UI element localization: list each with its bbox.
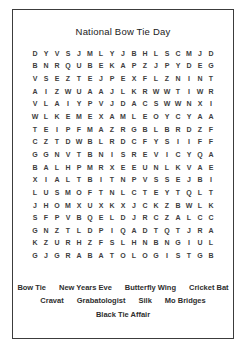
grid-cell-r5c17: I xyxy=(206,98,217,111)
grid-cell-r9c12: V xyxy=(151,148,162,161)
grid-cell-r3c8: P xyxy=(107,72,118,85)
grid-cell-r1c7: L xyxy=(96,47,107,60)
grid-cell-r12c15: Q xyxy=(184,186,195,199)
grid-cell-r11c11: V xyxy=(140,173,151,186)
grid-cell-r5c3: A xyxy=(52,98,63,111)
grid-cell-r16c9: L xyxy=(118,237,129,250)
grid-cell-r17c17: B xyxy=(206,249,217,262)
grid-cell-r1c3: V xyxy=(52,47,63,60)
grid-cell-r15c8: I xyxy=(107,224,118,237)
grid-cell-r9c3: N xyxy=(52,148,63,161)
grid-cell-r10c6: M xyxy=(85,161,96,174)
grid-cell-r15c4: T xyxy=(63,224,74,237)
grid-cell-r11c4: L xyxy=(63,173,74,186)
grid-cell-r3c6: E xyxy=(85,72,96,85)
grid-cell-r7c16: Z xyxy=(195,123,206,136)
grid-cell-r3c12: L xyxy=(151,72,162,85)
grid-cell-r15c15: J xyxy=(184,224,195,237)
grid-cell-r17c11: O xyxy=(140,249,151,262)
word-list: Bow TieNew Years EveButterfly WingCricke… xyxy=(13,281,233,322)
grid-cell-r8c17: F xyxy=(206,135,217,148)
grid-cell-r7c5: F xyxy=(74,123,85,136)
grid-cell-r5c14: W xyxy=(173,98,184,111)
grid-cell-r10c3: L xyxy=(52,161,63,174)
grid-cell-r1c11: H xyxy=(140,47,151,60)
grid-cell-r11c7: I xyxy=(96,173,107,186)
grid-cell-r12c1: L xyxy=(30,186,41,199)
grid-cell-r6c13: Y xyxy=(162,110,173,123)
grid-cell-r15c9: Q xyxy=(118,224,129,237)
word-list-item: Silk xyxy=(138,294,151,308)
grid-cell-r10c5: P xyxy=(74,161,85,174)
grid-cell-r1c15: M xyxy=(184,47,195,60)
grid-cell-r17c5: A xyxy=(74,249,85,262)
grid-cell-r11c14: E xyxy=(173,173,184,186)
grid-cell-r13c8: K xyxy=(107,199,118,212)
grid-cell-r3c2: S xyxy=(41,72,52,85)
grid-cell-r9c13: I xyxy=(162,148,173,161)
grid-cell-r9c7: N xyxy=(96,148,107,161)
grid-cell-r16c16: U xyxy=(195,237,206,250)
grid-cell-r6c15: Y xyxy=(184,110,195,123)
grid-cell-r4c17: R xyxy=(206,85,217,98)
grid-cell-r7c14: R xyxy=(173,123,184,136)
grid-cell-r7c6: M xyxy=(85,123,96,136)
grid-cell-r9c14: C xyxy=(173,148,184,161)
grid-cell-r4c10: K xyxy=(129,85,140,98)
grid-cell-r11c2: I xyxy=(41,173,52,186)
grid-cell-r16c1: K xyxy=(30,237,41,250)
grid-cell-r10c16: A xyxy=(195,161,206,174)
grid-cell-r3c16: N xyxy=(195,72,206,85)
grid-cell-r14c9: D xyxy=(118,211,129,224)
grid-cell-r8c8: R xyxy=(107,135,118,148)
grid-cell-r12c9: L xyxy=(118,186,129,199)
grid-cell-r8c2: Z xyxy=(41,135,52,148)
grid-cell-r1c12: L xyxy=(151,47,162,60)
grid-cell-r17c10: L xyxy=(129,249,140,262)
grid-cell-r3c13: Z xyxy=(162,72,173,85)
grid-cell-r15c7: P xyxy=(96,224,107,237)
grid-cell-r10c9: E xyxy=(118,161,129,174)
grid-cell-r2c15: D xyxy=(184,60,195,73)
grid-cell-r4c11: R xyxy=(140,85,151,98)
grid-cell-r11c10: P xyxy=(129,173,140,186)
grid-cell-r16c3: U xyxy=(52,237,63,250)
grid-cell-r17c2: J xyxy=(41,249,52,262)
grid-cell-r5c12: S xyxy=(151,98,162,111)
grid-cell-r12c14: T xyxy=(173,186,184,199)
grid-cell-r2c11: Z xyxy=(140,60,151,73)
grid-cell-r5c8: J xyxy=(107,98,118,111)
grid-cell-r10c13: L xyxy=(162,161,173,174)
grid-cell-r6c2: L xyxy=(41,110,52,123)
grid-cell-r14c6: Q xyxy=(85,211,96,224)
grid-cell-r17c16: G xyxy=(195,249,206,262)
grid-cell-r15c1: G xyxy=(30,224,41,237)
grid-cell-r4c16: W xyxy=(195,85,206,98)
grid-cell-r6c11: E xyxy=(140,110,151,123)
word-list-item: Black Tie Affair xyxy=(96,308,150,322)
grid-cell-r16c12: B xyxy=(151,237,162,250)
grid-cell-r4c7: A xyxy=(96,85,107,98)
grid-cell-r5c1: V xyxy=(30,98,41,111)
grid-cell-r2c10: P xyxy=(129,60,140,73)
grid-cell-r14c3: P xyxy=(52,211,63,224)
grid-cell-r15c2: N xyxy=(41,224,52,237)
grid-cell-r9c4: V xyxy=(63,148,74,161)
grid-cell-r7c8: Z xyxy=(107,123,118,136)
page-border-frame: National Bow Tie Day DYVSJMLYJBHLSCMJDBN… xyxy=(12,9,234,339)
grid-cell-r13c12: K xyxy=(151,199,162,212)
grid-cell-r9c16: Q xyxy=(195,148,206,161)
grid-cell-r8c12: Y xyxy=(151,135,162,148)
grid-cell-r7c13: B xyxy=(162,123,173,136)
grid-cell-r4c15: I xyxy=(184,85,195,98)
grid-cell-r2c4: Q xyxy=(63,60,74,73)
grid-cell-r10c14: K xyxy=(173,161,184,174)
grid-cell-r8c14: I xyxy=(173,135,184,148)
grid-cell-r6c6: E xyxy=(85,110,96,123)
grid-cell-r7c7: A xyxy=(96,123,107,136)
word-list-row: Black Tie Affair xyxy=(13,308,233,322)
grid-cell-r15c12: T xyxy=(151,224,162,237)
grid-cell-r1c8: Y xyxy=(107,47,118,60)
grid-cell-r1c10: B xyxy=(129,47,140,60)
grid-cell-r13c15: W xyxy=(184,199,195,212)
grid-cell-r17c9: O xyxy=(118,249,129,262)
grid-cell-r7c3: I xyxy=(52,123,63,136)
grid-cell-r12c11: T xyxy=(140,186,151,199)
word-list-item: Bow Tie xyxy=(17,281,46,295)
grid-cell-r3c10: X xyxy=(129,72,140,85)
grid-cell-r16c5: H xyxy=(74,237,85,250)
grid-cell-r1c5: J xyxy=(74,47,85,60)
grid-cell-r13c13: Z xyxy=(162,199,173,212)
grid-cell-r7c2: E xyxy=(41,123,52,136)
grid-cell-r17c13: I xyxy=(162,249,173,262)
grid-cell-r17c12: G xyxy=(151,249,162,262)
grid-cell-r10c12: N xyxy=(151,161,162,174)
grid-cell-r5c2: L xyxy=(41,98,52,111)
grid-cell-r4c5: U xyxy=(74,85,85,98)
grid-cell-r6c12: O xyxy=(151,110,162,123)
grid-cell-r9c5: T xyxy=(74,148,85,161)
grid-cell-r3c3: E xyxy=(52,72,63,85)
grid-cell-r14c2: F xyxy=(41,211,52,224)
grid-cell-r10c2: A xyxy=(41,161,52,174)
grid-cell-r17c4: R xyxy=(63,249,74,262)
grid-cell-r9c10: R xyxy=(129,148,140,161)
grid-cell-r4c13: W xyxy=(162,85,173,98)
grid-cell-r2c9: A xyxy=(118,60,129,73)
grid-cell-r9c15: Y xyxy=(184,148,195,161)
grid-cell-r16c11: N xyxy=(140,237,151,250)
grid-cell-r6c1: W xyxy=(30,110,41,123)
grid-cell-r14c15: L xyxy=(184,211,195,224)
grid-cell-r2c2: N xyxy=(41,60,52,73)
grid-cell-r2c17: G xyxy=(206,60,217,73)
grid-cell-r1c2: Y xyxy=(41,47,52,60)
grid-cell-r14c12: C xyxy=(151,211,162,224)
grid-cell-r10c1: B xyxy=(30,161,41,174)
grid-cell-r2c3: R xyxy=(52,60,63,73)
grid-cell-r7c4: P xyxy=(63,123,74,136)
grid-cell-r14c4: V xyxy=(63,211,74,224)
word-list-item: Grabatologist xyxy=(77,294,126,308)
grid-cell-r16c13: N xyxy=(162,237,173,250)
grid-cell-r4c14: T xyxy=(173,85,184,98)
grid-cell-r15c16: R xyxy=(195,224,206,237)
grid-cell-r7c1: T xyxy=(30,123,41,136)
grid-cell-r12c16: L xyxy=(195,186,206,199)
grid-cell-r1c14: C xyxy=(173,47,184,60)
grid-cell-r8c11: F xyxy=(140,135,151,148)
grid-cell-r17c3: G xyxy=(52,249,63,262)
grid-cell-r10c11: U xyxy=(140,161,151,174)
grid-cell-r14c8: L xyxy=(107,211,118,224)
grid-cell-r11c15: J xyxy=(184,173,195,186)
grid-cell-r5c7: V xyxy=(96,98,107,111)
grid-cell-r13c14: B xyxy=(173,199,184,212)
grid-cell-r8c5: W xyxy=(74,135,85,148)
grid-cell-r16c10: H xyxy=(129,237,140,250)
grid-cell-r11c16: B xyxy=(195,173,206,186)
word-list-item: New Years Eve xyxy=(59,281,112,295)
grid-cell-r2c13: P xyxy=(162,60,173,73)
grid-cell-r2c5: U xyxy=(74,60,85,73)
grid-cell-r9c9: S xyxy=(118,148,129,161)
grid-cell-r9c8: I xyxy=(107,148,118,161)
grid-cell-r3c9: E xyxy=(118,72,129,85)
grid-cell-r12c3: S xyxy=(52,186,63,199)
grid-cell-r8c1: C xyxy=(30,135,41,148)
grid-cell-r17c7: A xyxy=(96,249,107,262)
grid-cell-r12c7: T xyxy=(96,186,107,199)
grid-cell-r6c8: A xyxy=(107,110,118,123)
grid-cell-r7c10: G xyxy=(129,123,140,136)
grid-cell-r15c10: A xyxy=(129,224,140,237)
grid-cell-r14c10: J xyxy=(129,211,140,224)
grid-cell-r5c4: I xyxy=(63,98,74,111)
grid-cell-r13c5: X xyxy=(74,199,85,212)
grid-cell-r8c6: B xyxy=(85,135,96,148)
grid-cell-r9c1: G xyxy=(30,148,41,161)
grid-cell-r13c1: J xyxy=(30,199,41,212)
grid-cell-r8c3: T xyxy=(52,135,63,148)
grid-cell-r15c11: D xyxy=(140,224,151,237)
grid-cell-r13c2: H xyxy=(41,199,52,212)
grid-cell-r1c13: S xyxy=(162,47,173,60)
word-list-row: Bow TieNew Years EveButterfly WingCricke… xyxy=(13,281,233,295)
grid-cell-r17c1: G xyxy=(30,249,41,262)
grid-cell-r8c15: I xyxy=(184,135,195,148)
grid-cell-r5c10: A xyxy=(129,98,140,111)
grid-cell-r11c12: S xyxy=(151,173,162,186)
grid-cell-r10c15: V xyxy=(184,161,195,174)
grid-cell-r5c5: Y xyxy=(74,98,85,111)
word-list-item: Cricket Bat xyxy=(189,281,229,295)
grid-cell-r14c5: B xyxy=(74,211,85,224)
grid-cell-r15c14: T xyxy=(173,224,184,237)
grid-cell-r14c1: S xyxy=(30,211,41,224)
grid-cell-r5c6: P xyxy=(85,98,96,111)
grid-cell-r1c1: D xyxy=(30,47,41,60)
grid-cell-r6c14: C xyxy=(173,110,184,123)
grid-cell-r2c6: B xyxy=(85,60,96,73)
grid-cell-r13c3: O xyxy=(52,199,63,212)
grid-cell-r14c13: Z xyxy=(162,211,173,224)
grid-cell-r14c11: R xyxy=(140,211,151,224)
grid-cell-r13c16: L xyxy=(195,199,206,212)
grid-cell-r7c9: R xyxy=(118,123,129,136)
grid-cell-r3c15: I xyxy=(184,72,195,85)
grid-cell-r5c9: D xyxy=(118,98,129,111)
grid-cell-r3c11: F xyxy=(140,72,151,85)
grid-cell-r3c5: T xyxy=(74,72,85,85)
grid-cell-r16c2: Z xyxy=(41,237,52,250)
grid-cell-r16c8: S xyxy=(107,237,118,250)
grid-cell-r8c4: D xyxy=(63,135,74,148)
grid-cell-r1c6: M xyxy=(85,47,96,60)
puzzle-title: National Bow Tie Day xyxy=(13,26,233,38)
grid-cell-r2c8: K xyxy=(107,60,118,73)
grid-cell-r14c17: C xyxy=(206,211,217,224)
grid-cell-r4c9: L xyxy=(118,85,129,98)
grid-cell-r13c10: J xyxy=(129,199,140,212)
grid-cell-r6c3: K xyxy=(52,110,63,123)
grid-cell-r12c10: C xyxy=(129,186,140,199)
grid-cell-r3c14: N xyxy=(173,72,184,85)
grid-cell-r12c8: N xyxy=(107,186,118,199)
grid-cell-r6c16: A xyxy=(195,110,206,123)
grid-cell-r16c6: Z xyxy=(85,237,96,250)
grid-cell-r6c5: M xyxy=(74,110,85,123)
word-list-item: Butterfly Wing xyxy=(125,281,176,295)
grid-cell-r3c7: J xyxy=(96,72,107,85)
grid-cell-r9c17: A xyxy=(206,148,217,161)
grid-cell-r11c3: A xyxy=(52,173,63,186)
word-list-row: CravatGrabatologistSilkMo Bridges xyxy=(13,294,233,308)
grid-cell-r7c11: B xyxy=(140,123,151,136)
grid-cell-r15c3: Z xyxy=(52,224,63,237)
grid-cell-r12c6: F xyxy=(85,186,96,199)
grid-cell-r13c7: X xyxy=(96,199,107,212)
grid-cell-r2c7: E xyxy=(96,60,107,73)
grid-cell-r16c7: F xyxy=(96,237,107,250)
grid-cell-r2c1: B xyxy=(30,60,41,73)
grid-cell-r8c16: F xyxy=(195,135,206,148)
grid-cell-r12c4: M xyxy=(63,186,74,199)
grid-cell-r6c9: M xyxy=(118,110,129,123)
grid-cell-r1c17: D xyxy=(206,47,217,60)
grid-cell-r12c13: Y xyxy=(162,186,173,199)
grid-cell-r4c3: Z xyxy=(52,85,63,98)
grid-cell-r17c6: B xyxy=(85,249,96,262)
worksheet-page: National Bow Tie Day DYVSJMLYJBHLSCMJDBN… xyxy=(0,0,247,350)
grid-cell-r8c7: L xyxy=(96,135,107,148)
grid-cell-r3c17: T xyxy=(206,72,217,85)
grid-cell-r16c4: R xyxy=(63,237,74,250)
grid-cell-r14c14: A xyxy=(173,211,184,224)
grid-cell-r11c1: X xyxy=(30,173,41,186)
grid-cell-r11c8: T xyxy=(107,173,118,186)
grid-cell-r10c7: R xyxy=(96,161,107,174)
grid-cell-r15c13: Q xyxy=(162,224,173,237)
grid-cell-r16c14: G xyxy=(173,237,184,250)
grid-cell-r4c1: A xyxy=(30,85,41,98)
grid-cell-r6c4: E xyxy=(63,110,74,123)
grid-cell-r11c13: S xyxy=(162,173,173,186)
grid-cell-r17c14: S xyxy=(173,249,184,262)
grid-cell-r7c17: F xyxy=(206,123,217,136)
grid-cell-r15c17: A xyxy=(206,224,217,237)
grid-cell-r10c17: E xyxy=(206,161,217,174)
grid-cell-r4c12: W xyxy=(151,85,162,98)
grid-cell-r2c16: E xyxy=(195,60,206,73)
grid-cell-r11c17: I xyxy=(206,173,217,186)
grid-cell-r4c2: I xyxy=(41,85,52,98)
grid-cell-r11c6: B xyxy=(85,173,96,186)
grid-cell-r3c1: V xyxy=(30,72,41,85)
grid-cell-r1c16: J xyxy=(195,47,206,60)
grid-cell-r4c4: W xyxy=(63,85,74,98)
grid-cell-r10c8: X xyxy=(107,161,118,174)
grid-cell-r5c11: C xyxy=(140,98,151,111)
grid-cell-r16c17: L xyxy=(206,237,217,250)
grid-cell-r9c11: E xyxy=(140,148,151,161)
grid-cell-r13c11: C xyxy=(140,199,151,212)
word-list-item: Cravat xyxy=(40,294,63,308)
grid-cell-r12c5: O xyxy=(74,186,85,199)
grid-cell-r10c10: E xyxy=(129,161,140,174)
grid-cell-r14c16: C xyxy=(195,211,206,224)
grid-cell-r4c8: J xyxy=(107,85,118,98)
grid-cell-r1c4: S xyxy=(63,47,74,60)
grid-cell-r12c12: E xyxy=(151,186,162,199)
grid-cell-r5c15: N xyxy=(184,98,195,111)
grid-cell-r3c4: Z xyxy=(63,72,74,85)
grid-cell-r16c15: I xyxy=(184,237,195,250)
grid-cell-r7c12: L xyxy=(151,123,162,136)
grid-cell-r15c5: L xyxy=(74,224,85,237)
grid-cell-r13c17: K xyxy=(206,199,217,212)
grid-cell-r5c16: X xyxy=(195,98,206,111)
grid-cell-r6c17: A xyxy=(206,110,217,123)
grid-cell-r14c7: E xyxy=(96,211,107,224)
grid-cell-r8c10: C xyxy=(129,135,140,148)
grid-cell-r13c4: M xyxy=(63,199,74,212)
grid-cell-r9c6: B xyxy=(85,148,96,161)
grid-cell-r6c7: X xyxy=(96,110,107,123)
grid-cell-r17c8: T xyxy=(107,249,118,262)
grid-cell-r2c14: Y xyxy=(173,60,184,73)
grid-cell-r7c15: D xyxy=(184,123,195,136)
grid-cell-r12c2: U xyxy=(41,186,52,199)
grid-cell-r12c17: T xyxy=(206,186,217,199)
grid-cell-r8c13: S xyxy=(162,135,173,148)
grid-cell-r4c6: A xyxy=(85,85,96,98)
word-list-item: Mo Bridges xyxy=(165,294,206,308)
grid-cell-r6c10: L xyxy=(129,110,140,123)
grid-cell-r1c9: J xyxy=(118,47,129,60)
grid-cell-r17c15: T xyxy=(184,249,195,262)
grid-cell-r9c2: G xyxy=(41,148,52,161)
grid-cell-r5c13: W xyxy=(162,98,173,111)
grid-cell-r11c5: T xyxy=(74,173,85,186)
grid-cell-r13c9: X xyxy=(118,199,129,212)
grid-cell-r13c6: U xyxy=(85,199,96,212)
